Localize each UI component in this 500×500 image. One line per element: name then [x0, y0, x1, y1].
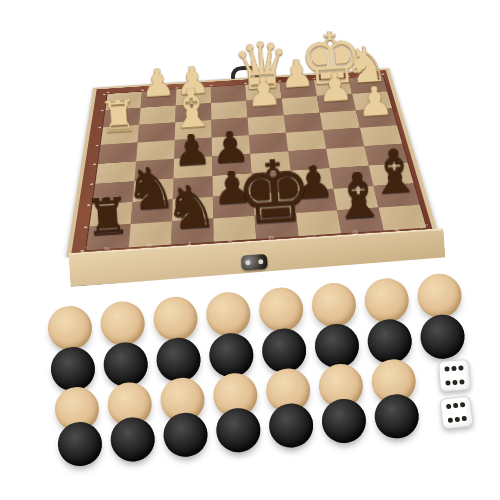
die-2[interactable] [439, 395, 474, 430]
checker-dark[interactable] [419, 313, 467, 361]
screw-dot [98, 127, 101, 129]
screw-dot [141, 89, 144, 90]
checker-dark[interactable] [373, 393, 421, 441]
die-pip [451, 366, 456, 371]
die-pip [445, 380, 450, 385]
screw-dot [278, 80, 281, 81]
checker-dark[interactable] [320, 397, 368, 445]
checker-dark[interactable] [109, 416, 157, 464]
screw-dot [382, 91, 385, 92]
checker-dark[interactable] [56, 420, 104, 468]
chess-board: ♟♟♛♟♚♞♟♟♜♝♟♟♟♞♟♟♝♜♞♚♝ hgfedcba [66, 68, 438, 257]
die-pip [452, 380, 457, 385]
screw-dot [347, 76, 350, 77]
screw-dot [93, 163, 96, 165]
screw-dot [175, 87, 178, 88]
die-pip [458, 365, 463, 370]
die-1[interactable] [438, 359, 471, 392]
checker-dark[interactable] [267, 402, 315, 450]
checker-dark[interactable] [162, 411, 210, 459]
screw-dot [386, 107, 389, 109]
die-pip [455, 417, 461, 423]
screw-dot [244, 83, 247, 84]
chess-grid: ♟♟♛♟♚♞♟♟♜♝♟♟♟♞♟♟♝♜♞♚♝ [86, 76, 426, 251]
screw-dot [103, 93, 106, 94]
screw-dot [80, 249, 84, 251]
piece-light-r[interactable]: ♜ [50, 96, 187, 139]
screw-dot [209, 85, 212, 86]
die-pip [444, 366, 449, 371]
screw-dot [101, 110, 104, 111]
die-pip [448, 418, 454, 424]
die-pip [459, 379, 464, 384]
clasp-latch-icon [241, 254, 268, 271]
screw-dot [391, 125, 394, 127]
die-pip [446, 404, 452, 410]
product-photo: ♟♟♛♟♚♞♟♟♜♝♟♟♟♞♟♟♝♜♞♚♝ hgfedcba [0, 0, 500, 500]
die-pip [453, 403, 459, 409]
screw-dot [377, 75, 380, 76]
checker-dark[interactable] [214, 406, 262, 454]
board-frame: ♟♟♛♟♚♞♟♟♜♝♟♟♟♞♟♟♝♜♞♚♝ hgfedcba [66, 68, 438, 257]
screw-dot [381, 74, 384, 75]
screw-dot [96, 144, 99, 146]
screw-dot [312, 78, 315, 79]
die-pip [460, 402, 466, 408]
die-pip [462, 416, 468, 422]
